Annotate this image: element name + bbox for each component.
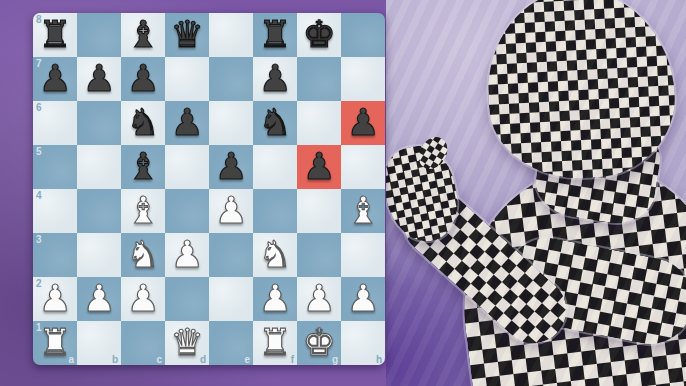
file-label-c: c [156,354,162,365]
square-f1[interactable]: ♜f [253,321,297,365]
file-label-f: f [291,354,294,365]
square-f8[interactable]: ♜ [253,13,297,57]
square-h4[interactable]: ♝ [341,189,385,233]
square-h1[interactable]: h [341,321,385,365]
square-h3[interactable] [341,233,385,277]
square-a8[interactable]: ♜8 [33,13,77,57]
black-pawn-c7: ♟ [126,60,159,97]
rank-label-6: 6 [36,102,42,113]
square-g2[interactable]: ♟ [297,277,341,321]
square-c7[interactable]: ♟ [121,57,165,101]
square-a7[interactable]: ♟7 [33,57,77,101]
scene: ♜8♝♛♜♚♟7♟♟♟6♞♟♞♟5♝♟♟4♝♟♝3♞♟♞♟2♟♟♟♟♟♜1abc… [0,0,686,386]
square-a1[interactable]: ♜1a [33,321,77,365]
square-b1[interactable]: b [77,321,121,365]
square-d3[interactable]: ♟ [165,233,209,277]
square-a5[interactable]: 5 [33,145,77,189]
square-e6[interactable] [209,101,253,145]
morphsuit-person-thumb [413,132,453,175]
black-pawn-e5: ♟ [214,148,247,185]
square-b4[interactable] [77,189,121,233]
square-g5[interactable]: ♟ [297,145,341,189]
white-pawn-b2: ♟ [82,280,115,317]
square-g1[interactable]: ♚g [297,321,341,365]
white-bishop-c4: ♝ [126,192,159,229]
morphsuit-person-head [483,0,679,183]
black-rook-a8: ♜ [38,16,71,53]
morphsuit-person-pointing-hand [386,140,465,248]
black-pawn-g5: ♟ [302,148,335,185]
square-f6[interactable]: ♞ [253,101,297,145]
chess-board[interactable]: ♜8♝♛♜♚♟7♟♟♟6♞♟♞♟5♝♟♟4♝♟♝3♞♟♞♟2♟♟♟♟♟♜1abc… [33,13,385,365]
morphsuit-person-neck [531,111,665,229]
file-label-h: h [376,354,382,365]
black-pawn-a7: ♟ [38,60,71,97]
square-f7[interactable]: ♟ [253,57,297,101]
file-label-e: e [244,354,250,365]
black-king-g8: ♚ [302,16,335,53]
square-a2[interactable]: ♟2 [33,277,77,321]
morphsuit-person-torso [448,153,686,386]
black-pawn-h6: ♟ [346,104,379,141]
white-king-g1: ♚ [302,324,335,361]
lavender-backdrop [386,0,686,386]
black-bishop-c5: ♝ [126,148,159,185]
square-e7[interactable] [209,57,253,101]
square-b2[interactable]: ♟ [77,277,121,321]
square-d4[interactable] [165,189,209,233]
white-knight-c3: ♞ [126,236,159,273]
square-d6[interactable]: ♟ [165,101,209,145]
square-g3[interactable] [297,233,341,277]
square-c5[interactable]: ♝ [121,145,165,189]
square-b8[interactable] [77,13,121,57]
square-g6[interactable] [297,101,341,145]
rank-label-8: 8 [36,14,42,25]
white-rook-a1: ♜ [38,324,71,361]
white-pawn-e4: ♟ [214,192,247,229]
white-pawn-d3: ♟ [170,236,203,273]
rank-label-5: 5 [36,146,42,157]
rank-label-2: 2 [36,278,42,289]
black-knight-c6: ♞ [126,104,159,141]
square-g8[interactable]: ♚ [297,13,341,57]
square-g4[interactable] [297,189,341,233]
square-d5[interactable] [165,145,209,189]
black-rook-f8: ♜ [258,16,291,53]
file-label-d: d [200,354,206,365]
black-knight-f6: ♞ [258,104,291,141]
square-d2[interactable] [165,277,209,321]
square-e4[interactable]: ♟ [209,189,253,233]
square-c8[interactable]: ♝ [121,13,165,57]
square-f5[interactable] [253,145,297,189]
square-e3[interactable] [209,233,253,277]
square-a6[interactable]: 6 [33,101,77,145]
white-knight-f3: ♞ [258,236,291,273]
white-pawn-a2: ♟ [38,280,71,317]
morphsuit-person-upper-arm [498,231,686,352]
square-a3[interactable]: 3 [33,233,77,277]
rank-label-4: 4 [36,190,42,201]
square-c4[interactable]: ♝ [121,189,165,233]
white-pawn-g2: ♟ [302,280,335,317]
square-c3[interactable]: ♞ [121,233,165,277]
white-pawn-f2: ♟ [258,280,291,317]
white-bishop-h4: ♝ [346,192,379,229]
white-queen-d1: ♛ [170,324,203,361]
morphsuit-person-forearm [390,176,580,356]
square-c1[interactable]: c [121,321,165,365]
white-pawn-h2: ♟ [346,280,379,317]
file-label-g: g [332,354,338,365]
black-queen-d8: ♛ [170,16,203,53]
square-d8[interactable]: ♛ [165,13,209,57]
rank-label-7: 7 [36,58,42,69]
square-e2[interactable] [209,277,253,321]
black-pawn-b7: ♟ [82,60,115,97]
square-g7[interactable] [297,57,341,101]
square-f3[interactable]: ♞ [253,233,297,277]
square-f4[interactable] [253,189,297,233]
square-d7[interactable] [165,57,209,101]
square-d1[interactable]: ♛d [165,321,209,365]
black-pawn-d6: ♟ [170,104,203,141]
square-a4[interactable]: 4 [33,189,77,233]
square-b3[interactable] [77,233,121,277]
square-e1[interactable]: e [209,321,253,365]
rank-label-1: 1 [36,322,42,333]
square-b6[interactable] [77,101,121,145]
square-h5[interactable] [341,145,385,189]
black-bishop-c8: ♝ [126,16,159,53]
white-rook-f1: ♜ [258,324,291,361]
square-h8[interactable] [341,13,385,57]
file-label-a: a [68,354,74,365]
square-f2[interactable]: ♟ [253,277,297,321]
black-pawn-f7: ♟ [258,60,291,97]
white-pawn-c2: ♟ [126,280,159,317]
rank-label-3: 3 [36,234,42,245]
square-b7[interactable]: ♟ [77,57,121,101]
file-label-b: b [112,354,118,365]
square-h2[interactable]: ♟ [341,277,385,321]
square-c6[interactable]: ♞ [121,101,165,145]
square-c2[interactable]: ♟ [121,277,165,321]
square-e5[interactable]: ♟ [209,145,253,189]
square-h6[interactable]: ♟ [341,101,385,145]
square-b5[interactable] [77,145,121,189]
square-h7[interactable] [341,57,385,101]
square-e8[interactable] [209,13,253,57]
